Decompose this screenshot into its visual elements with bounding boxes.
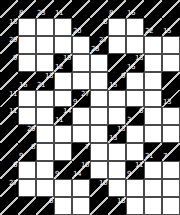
fill-cell-r7c8[interactable]: [144, 125, 162, 143]
down-clue: 9: [55, 171, 59, 178]
block-cell-r4c9: [162, 72, 180, 90]
fill-cell-r1c7[interactable]: [126, 18, 144, 36]
block-cell-r0c9: [162, 0, 180, 18]
clue-cell-r4c6: 915: [108, 72, 126, 90]
across-clue: 11: [9, 108, 17, 115]
down-clue: 15: [163, 28, 171, 35]
fill-cell-r2c8[interactable]: [144, 36, 162, 54]
clue-cell-r3c3: 1512: [54, 54, 72, 72]
clue-cell-r0c6: 8: [108, 0, 126, 18]
fill-cell-r9c5[interactable]: [90, 161, 108, 179]
fill-cell-r2c6[interactable]: [108, 36, 126, 54]
fill-cell-r1c3[interactable]: [54, 18, 72, 36]
fill-cell-r6c6[interactable]: [108, 107, 126, 125]
across-clue: 27: [81, 91, 89, 98]
clue-cell-r9c7: 119: [126, 161, 144, 179]
fill-cell-r9c6[interactable]: [108, 161, 126, 179]
clue-cell-r0c1: 8: [18, 0, 36, 18]
clue-cell-r8c8: 21: [144, 143, 162, 161]
clue-cell-r10c0: 27: [0, 179, 18, 197]
down-clue: 9: [19, 153, 23, 160]
clue-cell-r7c6: 1313: [108, 125, 126, 143]
across-clue: 10: [81, 162, 89, 169]
down-clue: 13: [163, 99, 171, 106]
down-clue: 9: [127, 171, 131, 178]
clue-cell-r1c4: 20: [72, 18, 90, 36]
fill-cell-r3c8[interactable]: [144, 54, 162, 72]
fill-cell-r7c5[interactable]: [90, 125, 108, 143]
fill-cell-r6c8[interactable]: [144, 107, 162, 125]
fill-cell-r4c5[interactable]: [90, 72, 108, 90]
down-clue: 11: [55, 10, 63, 17]
block-cell-r0c0: [0, 0, 18, 18]
across-clue: 18: [117, 198, 125, 205]
fill-cell-r10c9[interactable]: [162, 179, 180, 197]
clue-cell-r0c3: 11: [54, 0, 72, 18]
down-clue: 20: [73, 28, 81, 35]
fill-cell-r9c2[interactable]: [36, 161, 54, 179]
fill-cell-r7c9[interactable]: [162, 125, 180, 143]
clue-cell-r11c6: 18: [108, 197, 126, 215]
across-clue: 13: [135, 55, 143, 62]
down-clue: 8: [109, 10, 113, 17]
clue-cell-r9c0: 6: [0, 161, 18, 179]
fill-cell-r1c6[interactable]: [108, 18, 126, 36]
fill-cell-r6c9[interactable]: [162, 107, 180, 125]
fill-cell-r5c8[interactable]: [144, 90, 162, 108]
clue-cell-r11c2: 6: [36, 197, 54, 215]
across-clue: 13: [117, 126, 125, 133]
fill-cell-r3c5[interactable]: [90, 54, 108, 72]
fill-cell-r5c2[interactable]: [36, 90, 54, 108]
fill-cell-r11c4[interactable]: [72, 197, 90, 215]
fill-cell-r10c4[interactable]: [72, 179, 90, 197]
clue-cell-r4c2: 1321: [36, 72, 54, 90]
block-cell-r0c8: [144, 0, 162, 18]
fill-cell-r11c8[interactable]: [144, 197, 162, 215]
down-clue: 21: [145, 153, 153, 160]
fill-cell-r11c3[interactable]: [54, 197, 72, 215]
fill-cell-r1c1[interactable]: [18, 18, 36, 36]
fill-cell-r5c6[interactable]: [108, 90, 126, 108]
fill-cell-r7c2[interactable]: [36, 125, 54, 143]
down-clue: 23: [37, 10, 45, 17]
fill-cell-r9c8[interactable]: [144, 161, 162, 179]
across-clue: 9: [13, 55, 17, 62]
fill-cell-r10c1[interactable]: [18, 179, 36, 197]
fill-cell-r7c3[interactable]: [54, 125, 72, 143]
clue-cell-r1c9: 15: [162, 18, 180, 36]
fill-cell-r4c7[interactable]: [126, 72, 144, 90]
clue-cell-r3c7: 1316: [126, 54, 144, 72]
down-clue: 3: [127, 117, 131, 124]
across-clue: 27: [9, 180, 17, 187]
across-clue: 27: [99, 37, 107, 44]
across-clue: 6: [139, 108, 143, 115]
clue-cell-r9c4: 1014: [72, 161, 90, 179]
block-cell-r0c4: [72, 0, 90, 18]
fill-cell-r7c7[interactable]: [126, 125, 144, 143]
fill-cell-r11c7[interactable]: [126, 197, 144, 215]
fill-cell-r3c2[interactable]: [36, 54, 54, 72]
fill-cell-r2c2[interactable]: [36, 36, 54, 54]
fill-cell-r10c6[interactable]: [108, 179, 126, 197]
kakuro-board: 8231181613208221529272891512131616132191…: [0, 0, 180, 215]
down-clue: 16: [127, 10, 135, 17]
down-clue: 14: [73, 171, 81, 178]
block-cell-r8c0: [0, 143, 18, 161]
fill-cell-r6c1[interactable]: [18, 107, 36, 125]
across-clue: 8: [31, 144, 35, 151]
clue-cell-r2c0: 29: [0, 36, 18, 54]
fill-cell-r8c3[interactable]: [54, 143, 72, 161]
across-clue: 9: [121, 73, 125, 80]
down-clue: 13: [109, 135, 117, 142]
fill-cell-r2c3[interactable]: [54, 36, 72, 54]
fill-cell-r4c8[interactable]: [144, 72, 162, 90]
clue-cell-r1c0: 13: [0, 18, 18, 36]
fill-cell-r4c3[interactable]: [54, 72, 72, 90]
across-clue: 11: [135, 162, 143, 169]
fill-cell-r10c3[interactable]: [54, 179, 72, 197]
fill-cell-r3c1[interactable]: [18, 54, 36, 72]
fill-cell-r6c4[interactable]: [72, 107, 90, 125]
fill-cell-r9c1[interactable]: [18, 161, 36, 179]
down-clue: 12: [55, 64, 63, 71]
across-clue: 6: [13, 162, 17, 169]
clue-cell-r7c1: 29: [18, 125, 36, 143]
fill-cell-r5c3[interactable]: [54, 90, 72, 108]
fill-cell-r10c7[interactable]: [126, 179, 144, 197]
clue-cell-r9c3: 9: [54, 161, 72, 179]
clue-cell-r0c7: 16: [126, 0, 144, 18]
down-clue: 16: [127, 64, 135, 71]
fill-cell-r8c7[interactable]: [126, 143, 144, 161]
fill-cell-r5c7[interactable]: [126, 90, 144, 108]
across-clue: 13: [45, 73, 53, 80]
down-clue: 21: [37, 82, 45, 89]
fill-cell-r7c4[interactable]: [72, 125, 90, 143]
kakuro-puzzle: 8231181613208221529272891512131616132191…: [0, 0, 180, 215]
across-clue: 29: [27, 126, 35, 133]
clue-cell-r5c9: 13: [162, 90, 180, 108]
clue-cell-r10c5: 10: [90, 179, 108, 197]
fill-cell-r5c5[interactable]: [90, 90, 108, 108]
clue-cell-r5c4: 279: [72, 90, 90, 108]
across-clue: 11: [9, 91, 17, 98]
down-clue: 22: [145, 28, 153, 35]
fill-cell-r8c6[interactable]: [108, 143, 126, 161]
fill-cell-r11c9[interactable]: [162, 197, 180, 215]
block-cell-r11c0: [0, 197, 18, 215]
fill-cell-r2c9[interactable]: [162, 36, 180, 54]
fill-cell-r6c5[interactable]: [90, 107, 108, 125]
fill-cell-r8c2[interactable]: [36, 143, 54, 161]
clue-cell-r5c0: 11: [0, 90, 18, 108]
fill-cell-r2c1[interactable]: [18, 36, 36, 54]
across-clue: 15: [63, 55, 71, 62]
down-clue: 7: [163, 153, 167, 160]
across-clue: 14: [63, 108, 71, 115]
fill-cell-r6c2[interactable]: [36, 107, 54, 125]
clue-cell-r2c5: 2728: [90, 36, 108, 54]
fill-cell-r8c5[interactable]: [90, 143, 108, 161]
fill-cell-r3c4[interactable]: [72, 54, 90, 72]
block-cell-r11c5: [90, 197, 108, 215]
block-cell-r4c0: [0, 72, 18, 90]
fill-cell-r10c2[interactable]: [36, 179, 54, 197]
block-cell-r11c1: [18, 197, 36, 215]
clue-cell-r3c0: 9: [0, 54, 18, 72]
fill-cell-r1c2[interactable]: [36, 18, 54, 36]
down-clue: 9: [73, 99, 77, 106]
down-clue: 28: [91, 46, 99, 53]
fill-cell-r9c9[interactable]: [162, 161, 180, 179]
clue-cell-r1c8: 22: [144, 18, 162, 36]
down-clue: 11: [55, 117, 63, 124]
block-cell-r7c0: [0, 125, 18, 143]
across-clue: 8: [103, 19, 107, 26]
down-clue: 15: [109, 82, 117, 89]
clue-cell-r8c1: 89: [18, 143, 36, 161]
block-cell-r3c6: [108, 54, 126, 72]
across-clue: 6: [49, 198, 53, 205]
clue-cell-r4c1: 16: [18, 72, 36, 90]
fill-cell-r4c4[interactable]: [72, 72, 90, 90]
clue-cell-r8c4: 7: [72, 143, 90, 161]
fill-cell-r10c8[interactable]: [144, 179, 162, 197]
across-clue: 13: [9, 19, 17, 26]
down-clue: 8: [19, 10, 23, 17]
fill-cell-r2c7[interactable]: [126, 36, 144, 54]
across-clue: 10: [99, 180, 107, 187]
fill-cell-r5c1[interactable]: [18, 90, 36, 108]
clue-cell-r6c7: 63: [126, 107, 144, 125]
clue-cell-r0c2: 23: [36, 0, 54, 18]
clue-cell-r1c5: 8: [90, 18, 108, 36]
block-cell-r0c5: [90, 0, 108, 18]
fill-cell-r2c4[interactable]: [72, 36, 90, 54]
down-clue: 16: [19, 82, 27, 89]
clue-cell-r6c3: 1411: [54, 107, 72, 125]
clue-cell-r8c9: 7: [162, 143, 180, 161]
clue-cell-r6c0: 11: [0, 107, 18, 125]
across-clue: 29: [9, 37, 17, 44]
across-clue: 7: [85, 144, 89, 151]
fill-cell-r3c9[interactable]: [162, 54, 180, 72]
